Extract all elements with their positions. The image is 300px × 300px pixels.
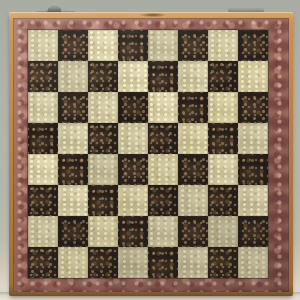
square-d8[interactable] bbox=[118, 30, 148, 61]
square-c8[interactable] bbox=[88, 30, 118, 61]
square-d2[interactable] bbox=[118, 216, 148, 247]
square-e8[interactable] bbox=[148, 30, 178, 61]
square-e4[interactable] bbox=[148, 154, 178, 185]
photo-background bbox=[0, 0, 300, 300]
square-a3[interactable] bbox=[28, 185, 58, 216]
square-h5[interactable] bbox=[238, 123, 268, 154]
square-a8[interactable] bbox=[28, 30, 58, 61]
square-b5[interactable] bbox=[58, 123, 88, 154]
square-h3[interactable] bbox=[238, 185, 268, 216]
square-d1[interactable] bbox=[118, 247, 148, 278]
square-b8[interactable] bbox=[58, 30, 88, 61]
square-g6[interactable] bbox=[208, 92, 238, 123]
square-d5[interactable] bbox=[118, 123, 148, 154]
square-a4[interactable] bbox=[28, 154, 58, 185]
square-h4[interactable] bbox=[238, 154, 268, 185]
square-d3[interactable] bbox=[118, 185, 148, 216]
square-g5[interactable] bbox=[208, 123, 238, 154]
square-g4[interactable] bbox=[208, 154, 238, 185]
square-a5[interactable] bbox=[28, 123, 58, 154]
chess-board bbox=[28, 30, 268, 278]
square-e2[interactable] bbox=[148, 216, 178, 247]
square-f3[interactable] bbox=[178, 185, 208, 216]
square-g2[interactable] bbox=[208, 216, 238, 247]
square-h2[interactable] bbox=[238, 216, 268, 247]
table-surface bbox=[0, 292, 300, 300]
square-d7[interactable] bbox=[118, 61, 148, 92]
square-e5[interactable] bbox=[148, 123, 178, 154]
square-e7[interactable] bbox=[148, 61, 178, 92]
square-f5[interactable] bbox=[178, 123, 208, 154]
square-e3[interactable] bbox=[148, 185, 178, 216]
square-e6[interactable] bbox=[148, 92, 178, 123]
square-b7[interactable] bbox=[58, 61, 88, 92]
square-h6[interactable] bbox=[238, 92, 268, 123]
square-f2[interactable] bbox=[178, 216, 208, 247]
box-seam bbox=[140, 13, 166, 17]
chess-board-box bbox=[9, 12, 293, 296]
square-c7[interactable] bbox=[88, 61, 118, 92]
square-d6[interactable] bbox=[118, 92, 148, 123]
square-a7[interactable] bbox=[28, 61, 58, 92]
square-b2[interactable] bbox=[58, 216, 88, 247]
square-g7[interactable] bbox=[208, 61, 238, 92]
square-h8[interactable] bbox=[238, 30, 268, 61]
square-b3[interactable] bbox=[58, 185, 88, 216]
square-g8[interactable] bbox=[208, 30, 238, 61]
square-b4[interactable] bbox=[58, 154, 88, 185]
square-f8[interactable] bbox=[178, 30, 208, 61]
square-c4[interactable] bbox=[88, 154, 118, 185]
square-a2[interactable] bbox=[28, 216, 58, 247]
square-h7[interactable] bbox=[238, 61, 268, 92]
square-c3[interactable] bbox=[88, 185, 118, 216]
square-b1[interactable] bbox=[58, 247, 88, 278]
square-a6[interactable] bbox=[28, 92, 58, 123]
square-f4[interactable] bbox=[178, 154, 208, 185]
square-f6[interactable] bbox=[178, 92, 208, 123]
square-f7[interactable] bbox=[178, 61, 208, 92]
square-b6[interactable] bbox=[58, 92, 88, 123]
square-e1[interactable] bbox=[148, 247, 178, 278]
square-c2[interactable] bbox=[88, 216, 118, 247]
square-h1[interactable] bbox=[238, 247, 268, 278]
square-c6[interactable] bbox=[88, 92, 118, 123]
square-d4[interactable] bbox=[118, 154, 148, 185]
square-f1[interactable] bbox=[178, 247, 208, 278]
square-c1[interactable] bbox=[88, 247, 118, 278]
square-g1[interactable] bbox=[208, 247, 238, 278]
square-a1[interactable] bbox=[28, 247, 58, 278]
square-c5[interactable] bbox=[88, 123, 118, 154]
square-g3[interactable] bbox=[208, 185, 238, 216]
